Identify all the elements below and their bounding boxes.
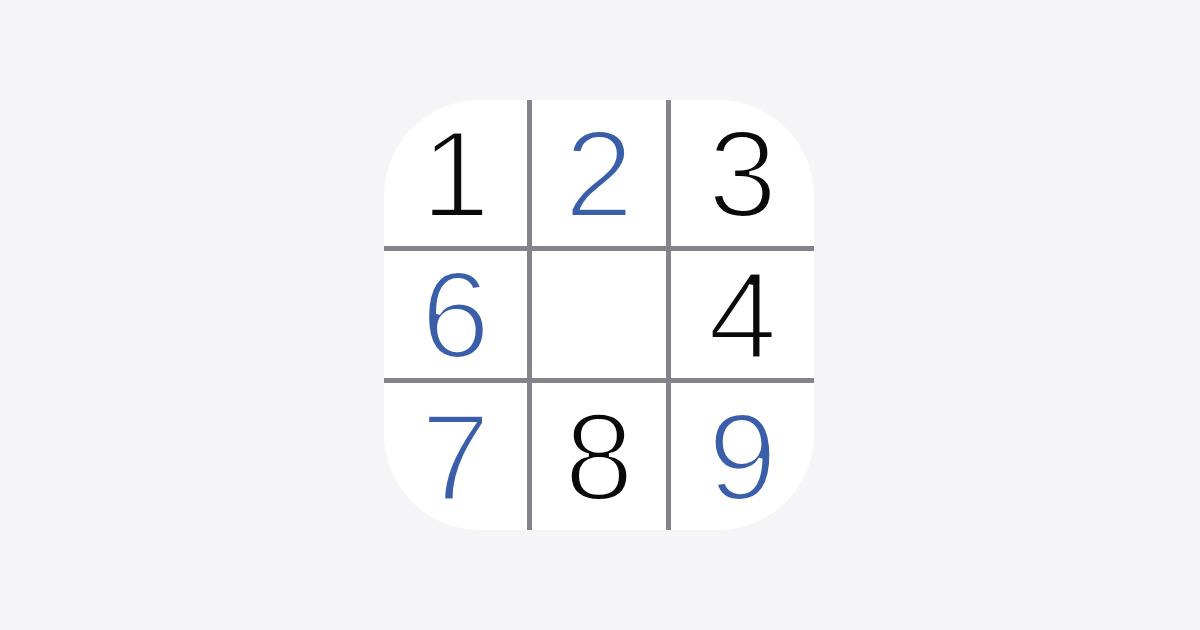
digit-r2c3: 4 — [708, 252, 778, 377]
sudoku-app-icon: 1 2 3 6 4 7 8 9 — [384, 100, 814, 530]
cell-r3c2: 8 — [532, 383, 666, 530]
cell-r2c3: 4 — [671, 251, 814, 378]
digit-r2c1: 6 — [421, 252, 491, 377]
cell-r1c1: 1 — [384, 100, 527, 246]
digit-r1c3: 3 — [708, 111, 778, 236]
digit-r1c1: 1 — [421, 111, 491, 236]
sudoku-grid: 1 2 3 6 4 7 8 9 — [384, 100, 814, 530]
digit-r3c3: 9 — [708, 394, 778, 519]
cell-r1c2: 2 — [532, 100, 666, 246]
cell-r2c1: 6 — [384, 251, 527, 378]
digit-r1c2: 2 — [564, 111, 634, 236]
cell-r3c1: 7 — [384, 383, 527, 530]
digit-r3c1: 7 — [421, 394, 491, 519]
cell-r2c2-empty — [532, 251, 666, 378]
artwork-background: 1 2 3 6 4 7 8 9 — [0, 0, 1200, 630]
digit-r3c2: 8 — [564, 394, 634, 519]
cell-r1c3: 3 — [671, 100, 814, 246]
cell-r3c3: 9 — [671, 383, 814, 530]
